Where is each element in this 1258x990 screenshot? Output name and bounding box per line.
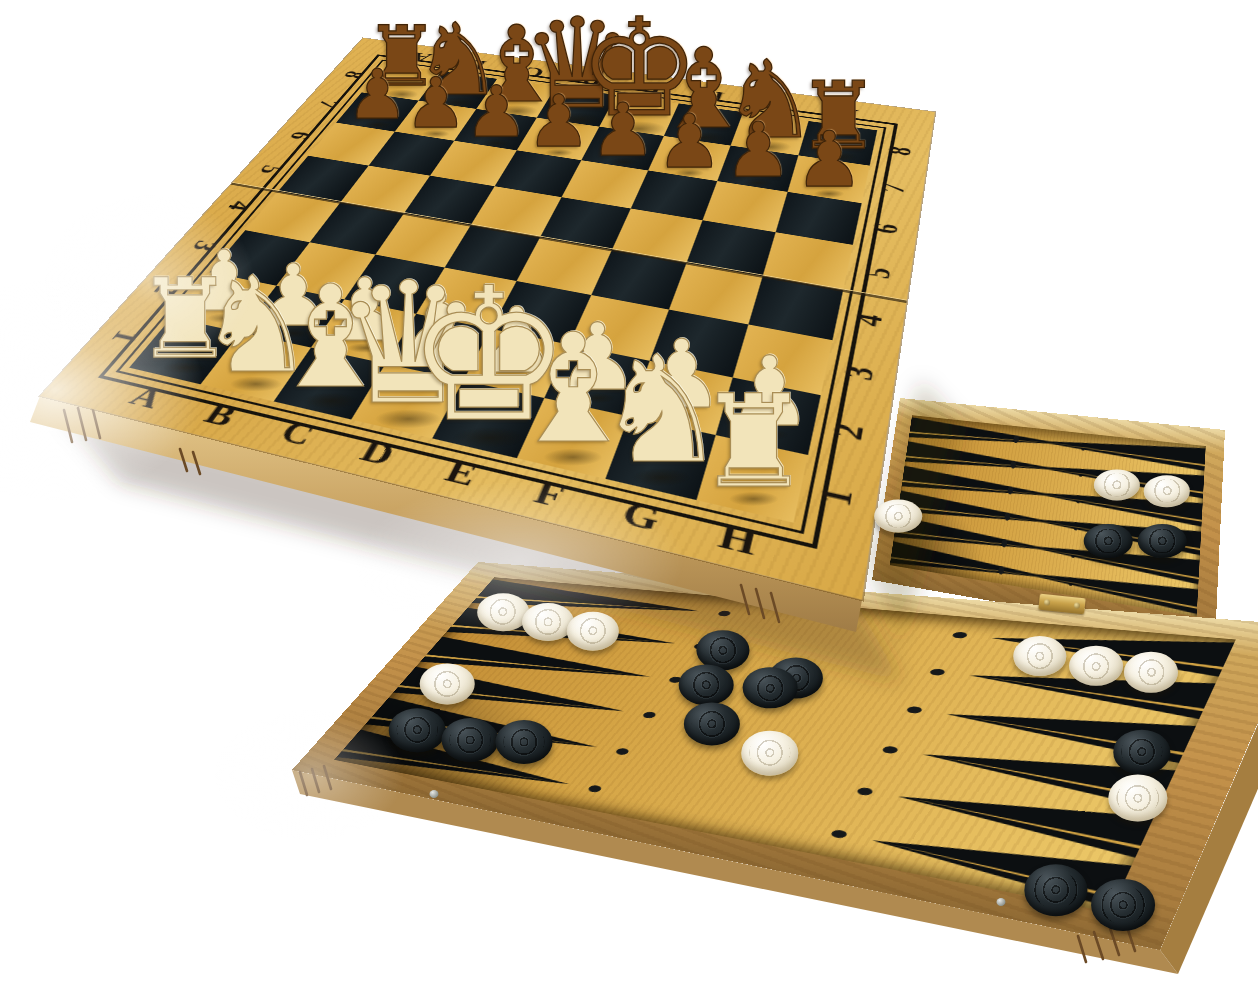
point-tip-dot: [830, 829, 849, 839]
point-tip-dot: [717, 610, 732, 616]
rank-label-left-7: 7: [311, 99, 345, 110]
checker-white[interactable]: [1144, 475, 1190, 507]
point-tip-dot: [856, 786, 875, 795]
checker-white[interactable]: [874, 500, 922, 533]
file-label-bottom-F: F: [529, 473, 570, 516]
checker-black[interactable]: [496, 720, 553, 764]
file-label-bottom-B: B: [197, 397, 244, 434]
checker-white[interactable]: [522, 603, 574, 641]
rank-label-right-5: 5: [857, 264, 900, 281]
checker-white[interactable]: [1069, 646, 1123, 686]
checker-white[interactable]: [420, 663, 475, 704]
rank-label-right-7: 7: [874, 181, 914, 195]
file-label-bottom-A: A: [122, 379, 171, 415]
checker-white[interactable]: [477, 593, 529, 631]
point-tip-dot: [881, 745, 899, 754]
rank-label-right-6: 6: [866, 221, 907, 237]
checker-black[interactable]: [679, 664, 734, 705]
rank-label-left-5: 5: [252, 163, 289, 176]
rank-label-left-6: 6: [283, 130, 319, 142]
piece-white-rook-h1[interactable]: ♜: [696, 378, 811, 506]
checker-black[interactable]: [743, 667, 798, 708]
file-label-bottom-G: G: [617, 493, 665, 539]
checker-black[interactable]: [684, 702, 740, 745]
checker-black[interactable]: [389, 708, 446, 752]
point-tip-dot: [615, 747, 631, 755]
point-tip-dot: [587, 785, 603, 793]
piece-dark-pawn-g7[interactable]: ♟: [724, 113, 792, 188]
magnet-dot: [997, 898, 1006, 906]
checker-black[interactable]: [1113, 730, 1170, 775]
checker-black[interactable]: [442, 718, 499, 762]
checker-white[interactable]: [741, 731, 798, 776]
piece-dark-pawn-f7[interactable]: ♟: [656, 103, 722, 177]
piece-dark-pawn-b7[interactable]: ♟: [405, 69, 467, 138]
checker-white[interactable]: [1013, 636, 1066, 676]
point-tip-dot: [905, 706, 923, 714]
point-tip-dot: [929, 668, 947, 676]
checker-white[interactable]: [567, 612, 619, 651]
point-tip-dot: [642, 711, 658, 719]
checker-black[interactable]: [1091, 879, 1155, 931]
checker-black[interactable]: [1138, 524, 1187, 558]
rank-label-right-1: 1: [811, 483, 864, 509]
rank-label-left-4: 4: [220, 199, 259, 213]
piece-dark-pawn-e7[interactable]: ♟: [590, 94, 655, 167]
magnet-dot: [430, 790, 439, 798]
checker-black[interactable]: [1084, 524, 1133, 558]
checker-white[interactable]: [1124, 652, 1178, 693]
point-tip-dot: [951, 631, 969, 638]
piece-dark-pawn-d7[interactable]: ♟: [526, 86, 590, 158]
checker-black[interactable]: [1024, 864, 1087, 916]
rank-label-right-4: 4: [847, 311, 892, 330]
rank-label-right-3: 3: [836, 363, 884, 384]
file-label-bottom-H: H: [714, 516, 761, 565]
product-photo-scene: 88AA77BB66CC55DD44EE33FF22GG11HH ♜♞♝♛♟♚♟…: [0, 0, 1258, 990]
checker-white[interactable]: [1108, 775, 1167, 822]
file-label-bottom-C: C: [273, 414, 321, 453]
piece-dark-pawn-c7[interactable]: ♟: [465, 77, 528, 148]
rank-label-right-8: 8: [881, 145, 919, 158]
piece-dark-pawn-h7[interactable]: ♟: [795, 122, 864, 199]
piece-dark-pawn-a7[interactable]: ♟: [347, 61, 408, 129]
rank-label-right-2: 2: [824, 420, 874, 444]
